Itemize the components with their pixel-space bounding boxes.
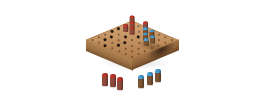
grid-point — [138, 25, 140, 27]
photo-stage — [0, 0, 260, 110]
grid-point — [131, 39, 133, 41]
grid-point — [104, 34, 106, 36]
loose-blue-peg — [147, 72, 153, 85]
grid-point — [131, 50, 133, 52]
loose-red-peg — [110, 74, 116, 87]
red-peg — [130, 27, 135, 35]
loose-blue-peg — [155, 69, 161, 82]
grid-point — [158, 39, 160, 41]
grid-point — [131, 45, 133, 47]
grid-point — [118, 50, 120, 52]
grid-point — [98, 36, 100, 38]
grid-point — [118, 33, 120, 35]
grid-point — [151, 48, 153, 50]
blue-peg — [143, 38, 148, 46]
grid-point — [158, 34, 160, 36]
grid-point — [98, 42, 100, 44]
grid-point — [138, 48, 140, 50]
grid-point — [111, 48, 113, 50]
grid-point — [124, 48, 126, 50]
loose-red-peg — [117, 77, 123, 90]
loose-red-peg — [102, 73, 108, 86]
grid-point — [164, 42, 166, 44]
grid-point — [164, 36, 166, 38]
red-peg — [123, 24, 128, 32]
grid-point — [138, 31, 140, 33]
grid-point — [158, 45, 160, 47]
grid-point — [131, 56, 133, 58]
grid-point — [91, 39, 93, 41]
blue-peg — [150, 35, 155, 43]
loose-blue-peg — [138, 75, 144, 88]
grid-point — [118, 39, 120, 41]
grid-point — [171, 39, 173, 41]
grid-point — [144, 50, 146, 52]
grid-point — [111, 42, 113, 44]
grid-point — [124, 53, 126, 55]
grid-point — [138, 53, 140, 55]
grid-point — [138, 42, 140, 44]
